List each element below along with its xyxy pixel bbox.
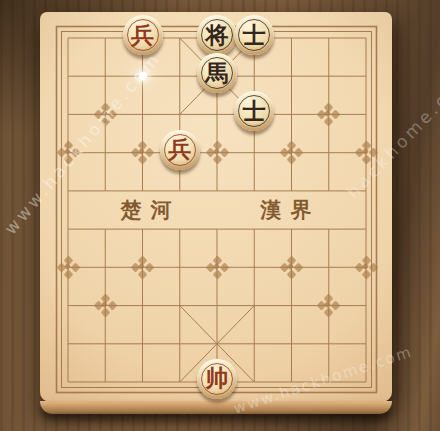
- piece-glyph: 兵: [131, 23, 154, 46]
- piece-glyph: 士: [243, 23, 266, 46]
- piece-black-advisor[interactable]: 士: [234, 91, 274, 131]
- piece-glyph: 馬: [206, 61, 229, 84]
- piece-red-general[interactable]: 帅: [197, 359, 237, 399]
- piece-black-horse[interactable]: 馬: [197, 53, 237, 93]
- piece-glyph: 士: [243, 99, 266, 122]
- piece-glyph: 帅: [206, 366, 229, 389]
- piece-black-advisor[interactable]: 士: [234, 15, 274, 55]
- board-front-edge: [40, 401, 392, 414]
- piece-glyph: 兵: [168, 137, 191, 160]
- piece-layer: 兵将士馬士兵帅: [40, 12, 392, 402]
- game-screen: 楚河 漢界 兵将士馬士兵帅 www.hackhome.com hackhome.…: [0, 0, 440, 431]
- piece-black-general[interactable]: 将: [197, 15, 237, 55]
- xiangqi-board[interactable]: 楚河 漢界 兵将士馬士兵帅: [40, 12, 392, 402]
- piece-red-soldier[interactable]: 兵: [160, 130, 200, 170]
- piece-red-soldier[interactable]: 兵: [123, 15, 163, 55]
- piece-glyph: 将: [206, 23, 229, 46]
